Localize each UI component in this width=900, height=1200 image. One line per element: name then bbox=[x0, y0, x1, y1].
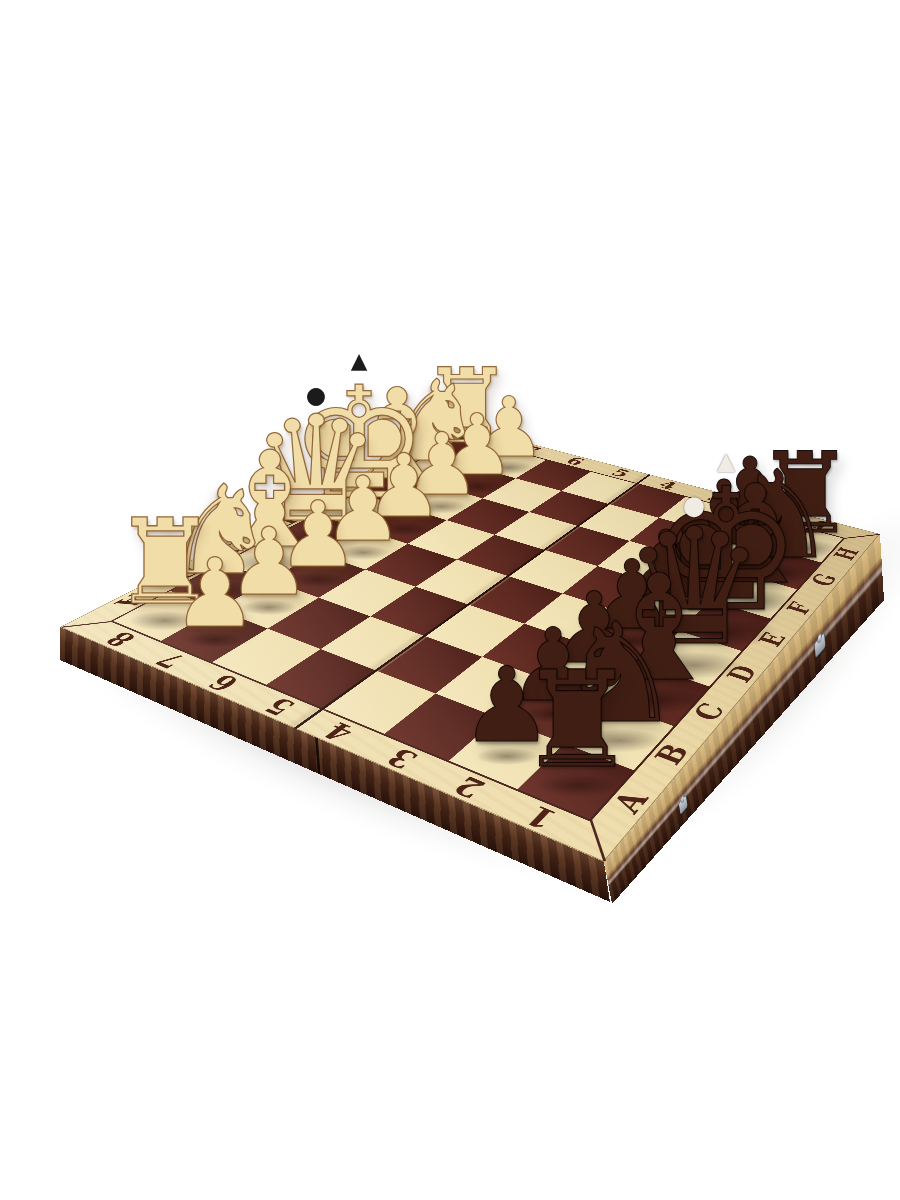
black-spike-finial: ▲ bbox=[350, 351, 367, 373]
frame-corner-line bbox=[62, 621, 114, 628]
frame-corner-line bbox=[843, 534, 880, 539]
metal-clasp bbox=[814, 631, 826, 658]
chess-board: 8877665544332211AABBCCDDEEFFGGHH bbox=[60, 425, 880, 862]
rank-label-6-right: 6 bbox=[550, 450, 599, 473]
black-ball-finial: ● bbox=[306, 384, 326, 407]
rank-label-7-right: 7 bbox=[507, 439, 557, 462]
chess-set-photo: 8877665544332211AABBCCDDEEFFGGHH ♜♞♝♛●♚▲… bbox=[0, 0, 900, 1200]
metal-clasp bbox=[678, 795, 687, 816]
rank-label-2-left: 2 bbox=[426, 757, 512, 820]
rank-label-1-left: 1 bbox=[498, 785, 583, 852]
white-spike-finial: ▲ bbox=[717, 450, 735, 474]
